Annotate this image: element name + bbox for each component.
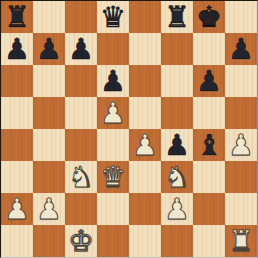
piece-white-queen: ♛: [100, 161, 126, 193]
piece-white-pawn: ♟: [132, 129, 158, 161]
square-g1[interactable]: [193, 225, 225, 257]
piece-black-pawn: ♟: [164, 129, 190, 161]
square-e3[interactable]: [129, 161, 161, 193]
piece-black-queen: ♛: [100, 1, 126, 33]
square-e7[interactable]: [129, 33, 161, 65]
square-b7[interactable]: ♟: [33, 33, 65, 65]
square-a5[interactable]: [1, 97, 33, 129]
square-h5[interactable]: [225, 97, 257, 129]
square-c3[interactable]: ♞: [65, 161, 97, 193]
square-g4[interactable]: ♝: [193, 129, 225, 161]
square-c2[interactable]: [65, 193, 97, 225]
square-b4[interactable]: [33, 129, 65, 161]
square-f5[interactable]: [161, 97, 193, 129]
square-c8[interactable]: [65, 1, 97, 33]
square-h7[interactable]: ♟: [225, 33, 257, 65]
square-e6[interactable]: [129, 65, 161, 97]
square-g6[interactable]: ♟: [193, 65, 225, 97]
square-h3[interactable]: [225, 161, 257, 193]
square-e4[interactable]: ♟: [129, 129, 161, 161]
piece-black-bishop: ♝: [196, 129, 222, 161]
square-b6[interactable]: [33, 65, 65, 97]
square-f1[interactable]: [161, 225, 193, 257]
square-g2[interactable]: [193, 193, 225, 225]
square-e5[interactable]: [129, 97, 161, 129]
chess-board-frame: ♜♛♜♚♟♟♟♟♟♟♟♟♟♝♟♞♛♞♟♟♟♚♜: [0, 0, 258, 258]
square-a7[interactable]: ♟: [1, 33, 33, 65]
square-d6[interactable]: ♟: [97, 65, 129, 97]
square-g7[interactable]: [193, 33, 225, 65]
square-d8[interactable]: ♛: [97, 1, 129, 33]
square-c4[interactable]: [65, 129, 97, 161]
piece-white-pawn: ♟: [36, 193, 62, 225]
square-h6[interactable]: [225, 65, 257, 97]
square-c1[interactable]: ♚: [65, 225, 97, 257]
piece-white-king: ♚: [68, 225, 94, 257]
square-g5[interactable]: [193, 97, 225, 129]
square-e8[interactable]: [129, 1, 161, 33]
piece-white-pawn: ♟: [100, 97, 126, 129]
square-d4[interactable]: [97, 129, 129, 161]
piece-white-pawn: ♟: [164, 193, 190, 225]
square-a6[interactable]: [1, 65, 33, 97]
square-g8[interactable]: ♚: [193, 1, 225, 33]
square-b2[interactable]: ♟: [33, 193, 65, 225]
square-d5[interactable]: ♟: [97, 97, 129, 129]
square-g3[interactable]: [193, 161, 225, 193]
piece-white-pawn: ♟: [228, 129, 254, 161]
piece-white-rook: ♜: [228, 225, 254, 257]
square-c6[interactable]: [65, 65, 97, 97]
piece-black-pawn: ♟: [228, 33, 254, 65]
square-b3[interactable]: [33, 161, 65, 193]
square-b8[interactable]: [33, 1, 65, 33]
square-h4[interactable]: ♟: [225, 129, 257, 161]
square-f7[interactable]: [161, 33, 193, 65]
square-d7[interactable]: [97, 33, 129, 65]
piece-black-pawn: ♟: [4, 33, 30, 65]
square-h8[interactable]: [225, 1, 257, 33]
piece-black-rook: ♜: [4, 1, 30, 33]
square-h1[interactable]: ♜: [225, 225, 257, 257]
square-f3[interactable]: ♞: [161, 161, 193, 193]
piece-white-knight: ♞: [164, 161, 190, 193]
square-d1[interactable]: [97, 225, 129, 257]
square-c5[interactable]: [65, 97, 97, 129]
square-d2[interactable]: [97, 193, 129, 225]
piece-black-pawn: ♟: [100, 65, 126, 97]
square-b1[interactable]: [33, 225, 65, 257]
chess-board: ♜♛♜♚♟♟♟♟♟♟♟♟♟♝♟♞♛♞♟♟♟♚♜: [1, 1, 257, 257]
square-f6[interactable]: [161, 65, 193, 97]
piece-black-pawn: ♟: [196, 65, 222, 97]
square-a3[interactable]: [1, 161, 33, 193]
square-b5[interactable]: [33, 97, 65, 129]
square-f8[interactable]: ♜: [161, 1, 193, 33]
square-d3[interactable]: ♛: [97, 161, 129, 193]
piece-white-knight: ♞: [68, 161, 94, 193]
square-a2[interactable]: ♟: [1, 193, 33, 225]
square-c7[interactable]: ♟: [65, 33, 97, 65]
piece-black-rook: ♜: [164, 1, 190, 33]
square-f2[interactable]: ♟: [161, 193, 193, 225]
square-e2[interactable]: [129, 193, 161, 225]
piece-black-king: ♚: [196, 1, 222, 33]
square-a1[interactable]: [1, 225, 33, 257]
square-h2[interactable]: [225, 193, 257, 225]
piece-white-pawn: ♟: [4, 193, 30, 225]
square-a4[interactable]: [1, 129, 33, 161]
square-a8[interactable]: ♜: [1, 1, 33, 33]
piece-black-pawn: ♟: [36, 33, 62, 65]
square-e1[interactable]: [129, 225, 161, 257]
piece-black-pawn: ♟: [68, 33, 94, 65]
square-f4[interactable]: ♟: [161, 129, 193, 161]
